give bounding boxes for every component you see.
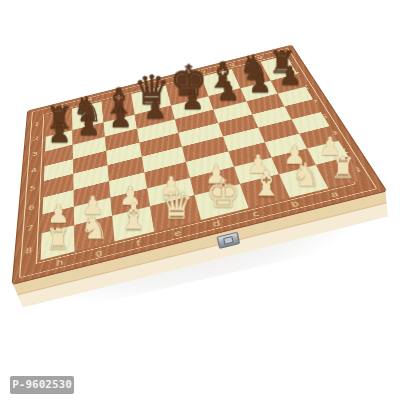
product-photo: hhggffeeddccbbaa1122334455667788 ♜♞♝♛♚♝♞… — [0, 0, 400, 400]
square-g5 — [74, 165, 109, 189]
piece-dark-pawn[interactable]: ♟ — [217, 79, 241, 105]
piece-light-bishop[interactable]: ♝ — [118, 200, 149, 235]
piece-light-rook[interactable]: ♜ — [45, 224, 71, 253]
piece-dark-pawn[interactable]: ♟ — [47, 121, 71, 147]
piece-dark-pawn[interactable]: ♟ — [181, 88, 205, 114]
piece-light-bishop[interactable]: ♝ — [251, 167, 282, 202]
piece-dark-pawn[interactable]: ♟ — [109, 106, 133, 132]
piece-light-knight[interactable]: ♞ — [292, 159, 321, 191]
piece-dark-pawn[interactable]: ♟ — [143, 97, 167, 123]
piece-light-king[interactable]: ♚ — [205, 173, 240, 212]
piece-light-queen[interactable]: ♛ — [159, 186, 193, 224]
piece-dark-pawn[interactable]: ♟ — [77, 114, 101, 140]
piece-dark-pawn[interactable]: ♟ — [248, 71, 272, 97]
piece-light-knight[interactable]: ♞ — [80, 212, 109, 244]
barcode-label-text: P-9602530 — [12, 378, 72, 391]
square-g4 — [73, 151, 107, 174]
barcode-label: P-9602530 — [10, 376, 74, 394]
